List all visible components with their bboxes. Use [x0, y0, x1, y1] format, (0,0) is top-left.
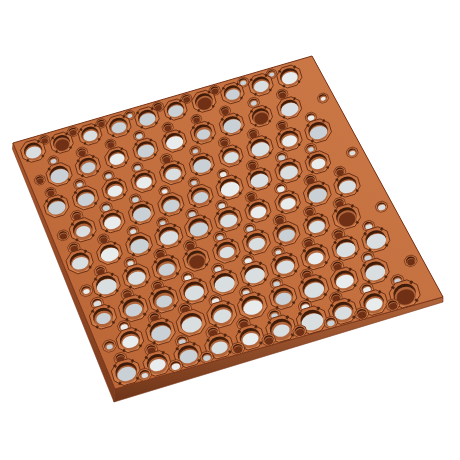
product-photo — [0, 0, 460, 460]
rubber-mat-photo — [0, 0, 460, 460]
